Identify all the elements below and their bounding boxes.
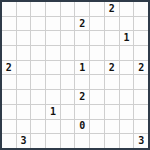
empty-cell-r3-c5[interactable] xyxy=(75,46,89,60)
clue-cell-r7-c3: 1 xyxy=(46,105,60,119)
empty-cell-r8-c7[interactable] xyxy=(105,120,119,134)
empty-cell-r2-c2[interactable] xyxy=(31,31,45,45)
empty-cell-r3-c9[interactable] xyxy=(134,46,148,60)
empty-cell-r2-c7[interactable] xyxy=(105,31,119,45)
empty-cell-r6-c0[interactable] xyxy=(2,90,16,104)
empty-cell-r0-c3[interactable] xyxy=(46,2,60,16)
empty-cell-r0-c2[interactable] xyxy=(31,2,45,16)
empty-cell-r1-c6[interactable] xyxy=(90,17,104,31)
empty-cell-r6-c7[interactable] xyxy=(105,90,119,104)
empty-cell-r6-c9[interactable] xyxy=(134,90,148,104)
empty-cell-r5-c4[interactable] xyxy=(61,75,75,89)
empty-cell-r9-c2[interactable] xyxy=(31,134,45,148)
empty-cell-r9-c8[interactable] xyxy=(120,134,134,148)
empty-cell-r1-c2[interactable] xyxy=(31,17,45,31)
empty-cell-r8-c4[interactable] xyxy=(61,120,75,134)
empty-cell-r4-c2[interactable] xyxy=(31,61,45,75)
empty-cell-r3-c7[interactable] xyxy=(105,46,119,60)
empty-cell-r6-c3[interactable] xyxy=(46,90,60,104)
empty-cell-r9-c3[interactable] xyxy=(46,134,60,148)
empty-cell-r7-c1[interactable] xyxy=(17,105,31,119)
empty-cell-r5-c2[interactable] xyxy=(31,75,45,89)
empty-cell-r7-c2[interactable] xyxy=(31,105,45,119)
empty-cell-r7-c4[interactable] xyxy=(61,105,75,119)
empty-cell-r2-c4[interactable] xyxy=(61,31,75,45)
empty-cell-r4-c4[interactable] xyxy=(61,61,75,75)
empty-cell-r1-c4[interactable] xyxy=(61,17,75,31)
empty-cell-r1-c8[interactable] xyxy=(120,17,134,31)
empty-cell-r0-c4[interactable] xyxy=(61,2,75,16)
empty-cell-r9-c6[interactable] xyxy=(90,134,104,148)
empty-cell-r3-c2[interactable] xyxy=(31,46,45,60)
empty-cell-r2-c5[interactable] xyxy=(75,31,89,45)
empty-cell-r8-c2[interactable] xyxy=(31,120,45,134)
clue-cell-r4-c7: 2 xyxy=(105,61,119,75)
empty-cell-r4-c8[interactable] xyxy=(120,61,134,75)
empty-cell-r7-c7[interactable] xyxy=(105,105,119,119)
empty-cell-r9-c0[interactable] xyxy=(2,134,16,148)
empty-cell-r0-c0[interactable] xyxy=(2,2,16,16)
empty-cell-r0-c5[interactable] xyxy=(75,2,89,16)
empty-cell-r0-c8[interactable] xyxy=(120,2,134,16)
clue-cell-r9-c1: 3 xyxy=(17,134,31,148)
empty-cell-r7-c0[interactable] xyxy=(2,105,16,119)
empty-cell-r8-c0[interactable] xyxy=(2,120,16,134)
empty-cell-r1-c1[interactable] xyxy=(17,17,31,31)
empty-cell-r3-c8[interactable] xyxy=(120,46,134,60)
empty-cell-r5-c7[interactable] xyxy=(105,75,119,89)
empty-cell-r7-c5[interactable] xyxy=(75,105,89,119)
clue-cell-r8-c5: 0 xyxy=(75,120,89,134)
empty-cell-r2-c3[interactable] xyxy=(46,31,60,45)
empty-cell-r3-c0[interactable] xyxy=(2,46,16,60)
empty-cell-r5-c3[interactable] xyxy=(46,75,60,89)
empty-cell-r8-c6[interactable] xyxy=(90,120,104,134)
empty-cell-r7-c6[interactable] xyxy=(90,105,104,119)
empty-cell-r9-c4[interactable] xyxy=(61,134,75,148)
empty-cell-r1-c9[interactable] xyxy=(134,17,148,31)
clue-cell-r6-c5: 2 xyxy=(75,90,89,104)
empty-cell-r8-c1[interactable] xyxy=(17,120,31,134)
empty-cell-r5-c0[interactable] xyxy=(2,75,16,89)
clue-cell-r0-c7: 2 xyxy=(105,2,119,16)
empty-cell-r0-c9[interactable] xyxy=(134,2,148,16)
empty-cell-r3-c4[interactable] xyxy=(61,46,75,60)
empty-cell-r5-c5[interactable] xyxy=(75,75,89,89)
empty-cell-r0-c6[interactable] xyxy=(90,2,104,16)
clue-cell-r4-c9: 2 xyxy=(134,61,148,75)
empty-cell-r4-c3[interactable] xyxy=(46,61,60,75)
empty-cell-r1-c3[interactable] xyxy=(46,17,60,31)
empty-cell-r6-c4[interactable] xyxy=(61,90,75,104)
empty-cell-r2-c0[interactable] xyxy=(2,31,16,45)
clue-cell-r4-c0: 2 xyxy=(2,61,16,75)
clue-cell-r1-c5: 2 xyxy=(75,17,89,31)
puzzle-board: 221212221033 xyxy=(0,0,150,150)
empty-cell-r5-c8[interactable] xyxy=(120,75,134,89)
empty-cell-r2-c6[interactable] xyxy=(90,31,104,45)
empty-cell-r8-c8[interactable] xyxy=(120,120,134,134)
empty-cell-r5-c1[interactable] xyxy=(17,75,31,89)
empty-cell-r2-c1[interactable] xyxy=(17,31,31,45)
empty-cell-r7-c8[interactable] xyxy=(120,105,134,119)
empty-cell-r7-c9[interactable] xyxy=(134,105,148,119)
empty-cell-r6-c8[interactable] xyxy=(120,90,134,104)
empty-cell-r3-c1[interactable] xyxy=(17,46,31,60)
empty-cell-r6-c1[interactable] xyxy=(17,90,31,104)
clue-cell-r2-c8: 1 xyxy=(120,31,134,45)
empty-cell-r8-c3[interactable] xyxy=(46,120,60,134)
empty-cell-r1-c0[interactable] xyxy=(2,17,16,31)
empty-cell-r3-c3[interactable] xyxy=(46,46,60,60)
empty-cell-r0-c1[interactable] xyxy=(17,2,31,16)
clue-cell-r9-c9: 3 xyxy=(134,134,148,148)
empty-cell-r6-c6[interactable] xyxy=(90,90,104,104)
empty-cell-r9-c7[interactable] xyxy=(105,134,119,148)
empty-cell-r1-c7[interactable] xyxy=(105,17,119,31)
empty-cell-r6-c2[interactable] xyxy=(31,90,45,104)
empty-cell-r8-c9[interactable] xyxy=(134,120,148,134)
empty-cell-r9-c5[interactable] xyxy=(75,134,89,148)
empty-cell-r5-c6[interactable] xyxy=(90,75,104,89)
clue-cell-r4-c5: 1 xyxy=(75,61,89,75)
empty-cell-r2-c9[interactable] xyxy=(134,31,148,45)
empty-cell-r4-c1[interactable] xyxy=(17,61,31,75)
empty-cell-r3-c6[interactable] xyxy=(90,46,104,60)
empty-cell-r5-c9[interactable] xyxy=(134,75,148,89)
empty-cell-r4-c6[interactable] xyxy=(90,61,104,75)
